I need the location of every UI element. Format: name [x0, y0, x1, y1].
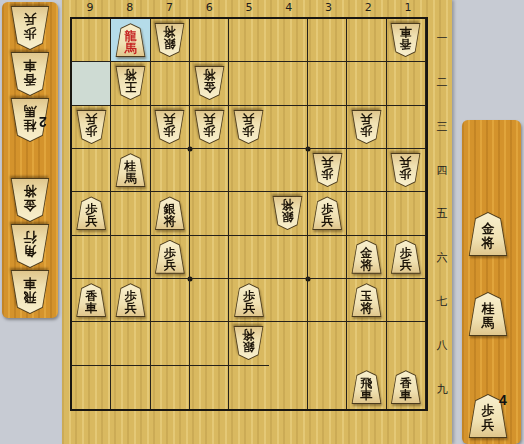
piece-香車[interactable]: 香車 — [76, 283, 107, 317]
square-4-6[interactable] — [269, 236, 308, 279]
square-3-3[interactable] — [308, 106, 347, 149]
sente-hand-count-歩兵: 4 — [499, 392, 507, 408]
square-6-5[interactable] — [190, 192, 229, 235]
piece-銀将[interactable]: 銀将 — [154, 196, 185, 230]
piece-kanji: 歩 — [203, 125, 215, 137]
square-9-7[interactable]: 香車 — [72, 279, 111, 322]
sente-hand-piece-金将[interactable]: 金将 — [468, 212, 508, 256]
piece-歩兵[interactable]: 歩兵 — [312, 196, 343, 230]
square-6-2[interactable]: 金将 — [190, 62, 229, 105]
piece-金将[interactable]: 金将 — [194, 66, 225, 100]
piece-kanji: 金 — [360, 247, 372, 259]
piece-kanji: 将 — [282, 199, 294, 211]
piece-kanji: 馬 — [124, 42, 136, 54]
square-2-2[interactable] — [347, 62, 386, 105]
square-6-4[interactable] — [190, 149, 229, 192]
piece-kanji: 車 — [24, 58, 37, 72]
gote-hand-piece-香車[interactable]: 香車 — [10, 52, 50, 96]
piece-kanji: 将 — [164, 215, 176, 227]
piece-face: 飛車 — [11, 271, 49, 313]
piece-face: 王将 — [116, 67, 145, 99]
square-5-1[interactable] — [229, 19, 268, 62]
square-4-5[interactable]: 銀将 — [269, 192, 308, 235]
piece-kanji: 兵 — [321, 215, 333, 227]
gote-hand-piece-角行[interactable]: 角行 — [10, 224, 50, 268]
piece-face: 銀将 — [155, 197, 184, 229]
piece-銀将[interactable]: 銀将 — [272, 196, 303, 230]
square-8-1[interactable]: 龍馬 — [111, 19, 150, 62]
piece-kanji: 兵 — [24, 12, 37, 26]
shogi-grid: 龍馬銀将香車王将金将歩兵歩兵歩兵歩兵歩兵桂馬歩兵歩兵歩兵銀将銀将歩兵歩兵金将歩兵… — [70, 17, 428, 411]
file-label-6: 6 — [189, 1, 229, 15]
piece-香車[interactable]: 香車 — [390, 370, 421, 404]
square-8-5[interactable] — [111, 192, 150, 235]
square-6-9[interactable] — [190, 366, 229, 409]
piece-王将[interactable]: 王将 — [115, 66, 146, 100]
piece-kanji: 車 — [400, 26, 412, 38]
square-7-2[interactable] — [151, 62, 190, 105]
piece-歩兵[interactable]: 歩兵 — [115, 283, 146, 317]
piece-kanji: 兵 — [243, 302, 255, 314]
piece-face: 歩兵 — [116, 284, 145, 316]
square-5-7[interactable]: 歩兵 — [229, 279, 268, 322]
sente-captured-stand: 金将桂馬歩兵4 — [462, 120, 521, 444]
piece-face: 歩兵 — [11, 7, 49, 49]
square-7-8[interactable] — [151, 322, 190, 365]
rank-label-3: 三 — [431, 105, 453, 149]
piece-kanji: 将 — [164, 26, 176, 38]
piece-kanji: 歩 — [243, 125, 255, 137]
rank-label-8: 八 — [431, 323, 453, 367]
rank-labels: 一二三四五六七八九 — [431, 17, 453, 411]
piece-kanji: 銀 — [164, 38, 176, 50]
piece-face: 金将 — [11, 179, 49, 221]
piece-kanji: 兵 — [164, 113, 176, 125]
square-6-8[interactable] — [190, 322, 229, 365]
rank-label-9: 九 — [431, 367, 453, 411]
gote-hand-piece-飛車[interactable]: 飛車 — [10, 270, 50, 314]
piece-kanji: 車 — [24, 276, 37, 290]
square-2-9[interactable]: 飛車 — [347, 366, 386, 409]
piece-歩兵[interactable]: 歩兵 — [233, 110, 264, 144]
piece-kanji: 馬 — [124, 172, 136, 184]
piece-kanji: 歩 — [164, 125, 176, 137]
piece-kanji: 将 — [243, 329, 255, 341]
piece-kanji: 兵 — [85, 113, 97, 125]
piece-face: 香車 — [11, 53, 49, 95]
piece-kanji: 王 — [124, 81, 136, 93]
rank-label-2: 二 — [431, 61, 453, 105]
square-3-2[interactable] — [308, 62, 347, 105]
square-1-5[interactable] — [387, 192, 426, 235]
square-5-3[interactable]: 歩兵 — [229, 106, 268, 149]
piece-face: 歩兵 — [155, 241, 184, 273]
square-9-1[interactable] — [72, 19, 111, 62]
square-8-9[interactable] — [111, 366, 150, 409]
square-2-5[interactable] — [347, 192, 386, 235]
square-7-4[interactable] — [151, 149, 190, 192]
piece-kanji: 将 — [482, 236, 495, 250]
square-5-8[interactable]: 銀将 — [229, 322, 268, 365]
piece-kanji: 香 — [24, 72, 37, 86]
square-1-9[interactable]: 香車 — [387, 366, 426, 409]
square-7-1[interactable]: 銀将 — [151, 19, 190, 62]
piece-kanji: 歩 — [321, 168, 333, 180]
square-1-8[interactable] — [387, 322, 426, 365]
piece-face: 歩兵 — [77, 197, 106, 229]
piece-kanji: 香 — [400, 38, 412, 50]
piece-歩兵[interactable]: 歩兵 — [76, 110, 107, 144]
piece-kanji: 馬 — [24, 104, 37, 118]
piece-kanji: 歩 — [85, 125, 97, 137]
square-4-4[interactable] — [269, 149, 308, 192]
square-8-6[interactable] — [111, 236, 150, 279]
piece-玉将[interactable]: 玉将 — [351, 283, 382, 317]
piece-kanji: 将 — [360, 302, 372, 314]
square-2-6[interactable]: 金将 — [347, 236, 386, 279]
piece-歩兵[interactable]: 歩兵 — [76, 196, 107, 230]
square-5-4[interactable] — [229, 149, 268, 192]
piece-kanji: 銀 — [282, 211, 294, 223]
piece-kanji: 桂 — [24, 118, 37, 132]
piece-kanji: 歩 — [400, 247, 412, 259]
rank-label-7: 七 — [431, 280, 453, 324]
file-label-5: 5 — [229, 1, 269, 15]
piece-桂馬[interactable]: 桂馬 — [115, 153, 146, 187]
piece-kanji: 将 — [203, 69, 215, 81]
piece-face: 桂馬 — [469, 293, 507, 335]
rank-label-5: 五 — [431, 192, 453, 236]
square-9-6[interactable] — [72, 236, 111, 279]
square-9-5[interactable]: 歩兵 — [72, 192, 111, 235]
piece-kanji: 行 — [24, 230, 37, 244]
piece-kanji: 車 — [360, 389, 372, 401]
piece-歩兵[interactable]: 歩兵 — [351, 110, 382, 144]
piece-face: 香車 — [77, 284, 106, 316]
piece-face: 飛車 — [352, 371, 381, 403]
piece-face: 桂馬 — [116, 154, 145, 186]
piece-kanji: 兵 — [243, 113, 255, 125]
square-3-1[interactable] — [308, 19, 347, 62]
piece-歩兵[interactable]: 歩兵 — [312, 153, 343, 187]
gote-hand-piece-金将[interactable]: 金将 — [10, 178, 50, 222]
square-8-4[interactable]: 桂馬 — [111, 149, 150, 192]
file-label-9: 9 — [70, 1, 110, 15]
piece-kanji: 兵 — [400, 156, 412, 168]
square-4-1[interactable] — [269, 19, 308, 62]
piece-龍馬[interactable]: 龍馬 — [115, 23, 146, 57]
square-6-7[interactable] — [190, 279, 229, 322]
piece-kanji: 車 — [400, 389, 412, 401]
square-8-2[interactable]: 王将 — [111, 62, 150, 105]
square-1-1[interactable]: 香車 — [387, 19, 426, 62]
file-label-1: 1 — [388, 1, 428, 15]
piece-face: 角行 — [11, 225, 49, 267]
square-9-4[interactable] — [72, 149, 111, 192]
square-4-9[interactable] — [269, 366, 308, 409]
piece-歩兵[interactable]: 歩兵 — [154, 110, 185, 144]
piece-kanji: 歩 — [400, 168, 412, 180]
piece-kanji: 銀 — [243, 341, 255, 353]
square-9-9[interactable] — [72, 366, 111, 409]
piece-kanji: 桂 — [482, 302, 495, 316]
square-3-9[interactable] — [308, 366, 347, 409]
file-label-2: 2 — [348, 1, 388, 15]
piece-kanji: 飛 — [24, 290, 37, 304]
square-4-8[interactable] — [269, 322, 308, 365]
square-2-7[interactable]: 玉将 — [347, 279, 386, 322]
square-5-5[interactable] — [229, 192, 268, 235]
piece-金将[interactable]: 金将 — [351, 240, 382, 274]
gote-captured-stand: 歩兵香車桂馬2金将角行飛車 — [2, 2, 58, 318]
square-7-7[interactable] — [151, 279, 190, 322]
square-8-7[interactable]: 歩兵 — [111, 279, 150, 322]
square-7-3[interactable]: 歩兵 — [151, 106, 190, 149]
square-6-6[interactable] — [190, 236, 229, 279]
file-label-7: 7 — [150, 1, 190, 15]
piece-face: 香車 — [391, 371, 420, 403]
square-1-6[interactable]: 歩兵 — [387, 236, 426, 279]
file-label-8: 8 — [110, 1, 150, 15]
piece-香車[interactable]: 香車 — [390, 23, 421, 57]
shogi-app: 歩兵香車桂馬2金将角行飛車 987654321 一二三四五六七八九 龍馬銀将香車… — [0, 0, 524, 444]
square-9-8[interactable] — [72, 322, 111, 365]
piece-歩兵[interactable]: 歩兵 — [390, 153, 421, 187]
piece-銀将[interactable]: 銀将 — [154, 23, 185, 57]
piece-kanji: 歩 — [360, 125, 372, 137]
piece-kanji: 将 — [24, 184, 37, 198]
piece-kanji: 金 — [203, 81, 215, 93]
piece-face: 玉将 — [352, 284, 381, 316]
square-3-8[interactable] — [308, 322, 347, 365]
square-1-3[interactable] — [387, 106, 426, 149]
piece-kanji: 歩 — [164, 247, 176, 259]
square-8-8[interactable] — [111, 322, 150, 365]
piece-銀将[interactable]: 銀将 — [233, 326, 264, 360]
piece-kanji: 兵 — [124, 302, 136, 314]
rank-label-1: 一 — [431, 17, 453, 61]
piece-face: 歩兵 — [313, 197, 342, 229]
square-2-1[interactable] — [347, 19, 386, 62]
square-7-6[interactable]: 歩兵 — [151, 236, 190, 279]
piece-歩兵[interactable]: 歩兵 — [390, 240, 421, 274]
file-label-3: 3 — [309, 1, 349, 15]
gote-hand-piece-歩兵[interactable]: 歩兵 — [10, 6, 50, 50]
file-labels: 987654321 — [70, 1, 428, 15]
piece-kanji: 兵 — [360, 113, 372, 125]
square-2-4[interactable] — [347, 149, 386, 192]
rank-label-4: 四 — [431, 148, 453, 192]
square-6-1[interactable] — [190, 19, 229, 62]
piece-kanji: 金 — [24, 198, 37, 212]
square-4-3[interactable] — [269, 106, 308, 149]
piece-kanji: 将 — [360, 259, 372, 271]
square-8-3[interactable] — [111, 106, 150, 149]
piece-face: 歩兵 — [234, 284, 263, 316]
square-7-9[interactable] — [151, 366, 190, 409]
square-1-2[interactable] — [387, 62, 426, 105]
square-9-3[interactable]: 歩兵 — [72, 106, 111, 149]
square-3-7[interactable] — [308, 279, 347, 322]
square-2-8[interactable] — [347, 322, 386, 365]
square-3-6[interactable] — [308, 236, 347, 279]
piece-kanji: 歩 — [482, 404, 495, 418]
piece-歩兵[interactable]: 歩兵 — [194, 110, 225, 144]
gote-hand-count-桂馬: 2 — [39, 114, 47, 130]
square-4-2[interactable] — [269, 62, 308, 105]
square-3-5[interactable]: 歩兵 — [308, 192, 347, 235]
piece-kanji: 兵 — [400, 259, 412, 271]
piece-歩兵[interactable]: 歩兵 — [154, 240, 185, 274]
piece-face: 歩兵 — [391, 241, 420, 273]
piece-kanji: 兵 — [85, 215, 97, 227]
rank-label-6: 六 — [431, 236, 453, 280]
piece-kanji: 兵 — [164, 259, 176, 271]
square-5-9[interactable] — [229, 366, 268, 409]
shogi-board: 987654321 一二三四五六七八九 龍馬銀将香車王将金将歩兵歩兵歩兵歩兵歩兵… — [62, 0, 452, 444]
piece-kanji: 金 — [482, 222, 495, 236]
piece-飛車[interactable]: 飛車 — [351, 370, 382, 404]
file-label-4: 4 — [269, 1, 309, 15]
piece-kanji: 兵 — [482, 418, 495, 432]
piece-kanji: 車 — [85, 302, 97, 314]
square-9-2[interactable] — [72, 62, 111, 105]
piece-face: 金将 — [352, 241, 381, 273]
square-5-2[interactable] — [229, 62, 268, 105]
piece-face: 龍馬 — [116, 24, 145, 56]
square-2-3[interactable]: 歩兵 — [347, 106, 386, 149]
square-6-3[interactable]: 歩兵 — [190, 106, 229, 149]
piece-kanji: 馬 — [482, 316, 495, 330]
piece-kanji: 兵 — [321, 156, 333, 168]
piece-kanji: 角 — [24, 244, 37, 258]
square-5-6[interactable] — [229, 236, 268, 279]
square-3-4[interactable]: 歩兵 — [308, 149, 347, 192]
piece-kanji: 歩 — [24, 26, 37, 40]
sente-hand-piece-桂馬[interactable]: 桂馬 — [468, 292, 508, 336]
square-1-4[interactable]: 歩兵 — [387, 149, 426, 192]
piece-face: 金将 — [469, 213, 507, 255]
piece-歩兵[interactable]: 歩兵 — [233, 283, 264, 317]
piece-face: 歩兵 — [352, 111, 381, 143]
square-7-5[interactable]: 銀将 — [151, 192, 190, 235]
piece-kanji: 将 — [124, 69, 136, 81]
piece-kanji: 兵 — [203, 113, 215, 125]
square-1-7[interactable] — [387, 279, 426, 322]
square-4-7[interactable] — [269, 279, 308, 322]
